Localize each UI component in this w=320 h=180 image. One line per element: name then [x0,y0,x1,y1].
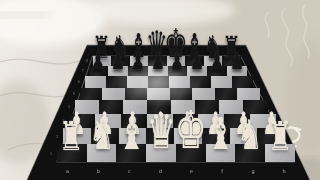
white-bishop-icon: ♝ [207,112,234,156]
square-h5[interactable] [237,88,260,101]
square-a5[interactable] [80,88,103,101]
rank-label-1: 1 [50,151,53,156]
white-knight-icon: ♞ [89,115,114,156]
square-b6[interactable] [106,76,127,88]
white-bishop-icon: ♝ [118,112,145,156]
square-f6[interactable] [190,76,211,88]
square-c6[interactable] [127,76,148,88]
rank-label-7: 7 [82,68,85,73]
file-label-a: a [66,168,69,174]
file-label-e: e [190,168,193,174]
file-label-f: f [221,168,223,174]
file-label-d: d [159,168,162,174]
rank-label-8: 8 [86,58,89,63]
file-label-b: b [97,168,100,174]
black-pawn-icon: ♟ [170,50,184,74]
black-pawn-icon: ♟ [131,50,145,74]
square-g6[interactable] [211,76,232,88]
square-g5[interactable] [215,88,238,101]
square-h6[interactable] [232,76,253,88]
square-d5[interactable] [147,88,170,101]
square-b5[interactable] [102,88,125,101]
black-pawn-icon: ♟ [111,50,125,74]
rank-label-3: 3 [62,118,65,123]
rank-label-4: 4 [68,104,71,109]
black-pawn-icon: ♟ [91,50,105,74]
white-queen-icon: ♛ [146,108,175,156]
black-pawn-icon: ♟ [229,50,243,74]
white-rook-icon: ♜ [268,116,292,156]
square-d6[interactable] [148,76,169,88]
rank-label-5: 5 [73,91,76,96]
black-pawn-icon: ♟ [190,50,204,74]
white-king-icon: ♚ [175,104,207,156]
black-pawn-icon: ♟ [210,50,224,74]
file-label-g: g [252,168,255,174]
rank-label-6: 6 [78,79,81,84]
square-e6[interactable] [169,76,190,88]
file-label-h: h [283,168,286,174]
chess-photo-scene: ♜♞♝♛♚♝♞♜♟♟♟♟♟♟♟♟♟♟♟♟♟♟♟♟♜♞♝♛♚♝♞♜ abcdefg… [0,0,320,180]
white-knight-icon: ♞ [238,115,263,156]
file-label-c: c [128,168,131,174]
black-pawn-icon: ♟ [150,50,164,74]
square-a6[interactable] [85,76,106,88]
rank-label-2: 2 [56,134,59,139]
square-c5[interactable] [125,88,148,101]
